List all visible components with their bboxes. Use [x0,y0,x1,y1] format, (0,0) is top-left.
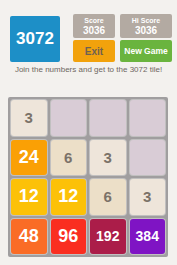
tagline: Join the numbers and get to the 3072 til… [0,65,177,74]
cell-r4c2-tile-96: 96 [51,219,87,255]
cell-r3c2-tile-12: 12 [51,179,87,215]
cell-r4c4-tile-384: 384 [130,219,166,255]
cell-r2c4-empty [130,140,166,176]
score-box: Score 3036 [73,14,115,38]
cell-r4c3-tile-192: 192 [90,219,126,255]
exit-button[interactable]: Exit [73,40,115,62]
new-game-button[interactable]: New Game [120,40,172,62]
hiscore-label: Hi Score [120,17,172,24]
cell-r4c1-tile-48: 48 [11,219,47,255]
cell-r1c3-empty [90,100,126,136]
cell-r2c3-tile-3: 3 [90,140,126,176]
score-label: Score [73,17,115,24]
cell-r2c1-tile-24: 24 [11,140,47,176]
cell-r1c2-empty [51,100,87,136]
hiscore-value: 3036 [120,26,172,36]
score-value: 3036 [73,26,115,36]
cell-r1c1-tile-3: 3 [11,100,47,136]
cell-r3c3-tile-6: 6 [90,179,126,215]
cell-r2c2-tile-6: 6 [51,140,87,176]
cell-r3c1-tile-12: 12 [11,179,47,215]
cell-r1c4-empty [130,100,166,136]
cell-r3c4-tile-3: 3 [130,179,166,215]
board[interactable]: 324631212634896192384 [8,97,168,257]
hiscore-box: Hi Score 3036 [120,14,172,38]
goal-tile-3072: 3072 [10,16,60,62]
